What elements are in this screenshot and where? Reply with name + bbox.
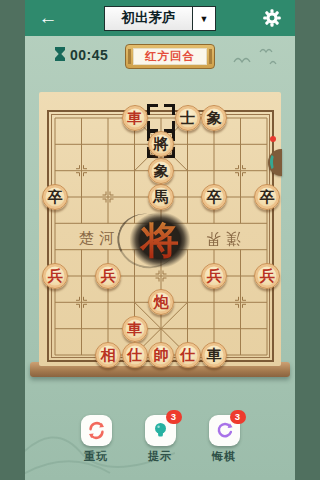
move-highlight [147,104,175,132]
settings-button[interactable] [257,3,287,33]
piece-仕-red[interactable]: 仕 [122,342,148,368]
piece-馬-black[interactable]: 馬 [148,184,174,210]
hourglass-icon [53,46,67,63]
timer-value: 00:45 [70,47,108,63]
undo-count-badge: 3 [230,410,246,424]
chevron-left-icon [270,153,279,171]
piece-兵-red[interactable]: 兵 [42,263,68,289]
piece-車-red[interactable]: 車 [122,105,148,131]
piece-象-black[interactable]: 象 [148,158,174,184]
river-label-right: 漢界 [195,229,247,248]
xiangqi-board[interactable]: 楚河 漢界 車士象將象卒馬卒卒兵兵兵兵炮車相仕帥仕車 将 [39,92,281,366]
hint-label: 提示 [143,449,177,464]
turn-banner-text: 红方回合 [145,49,195,64]
piece-帥-red[interactable]: 帥 [148,342,174,368]
notification-dot [270,136,276,142]
piece-相-red[interactable]: 相 [95,342,121,368]
replay-label: 重玩 [79,449,113,464]
piece-卒-black[interactable]: 卒 [42,184,68,210]
replay-icon [85,419,108,442]
level-select-dropdown-button[interactable]: ▼ [192,7,215,30]
action-bar: 重玩 3 提示 3 悔棋 [25,415,295,464]
piece-兵-red[interactable]: 兵 [95,263,121,289]
piece-兵-red[interactable]: 兵 [201,263,227,289]
piece-卒-black[interactable]: 卒 [201,184,227,210]
piece-車-red[interactable]: 車 [122,316,148,342]
piece-兵-red[interactable]: 兵 [254,263,280,289]
back-button[interactable]: ← [35,5,61,31]
replay-button[interactable] [81,415,112,446]
piece-仕-red[interactable]: 仕 [175,342,201,368]
birds-decoration [230,44,285,72]
top-bar: ← 初出茅庐 ▼ [25,0,295,36]
timer: 00:45 [53,46,108,63]
action-hint: 3 提示 [143,415,177,464]
piece-象-black[interactable]: 象 [201,105,227,131]
piece-卒-black[interactable]: 卒 [254,184,280,210]
piece-士-black[interactable]: 士 [175,105,201,131]
hint-count-badge: 3 [166,410,182,424]
hint-button[interactable]: 3 [145,415,176,446]
app-screen: ← 初出茅庐 ▼ [25,0,295,480]
action-replay: 重玩 [79,415,113,464]
river-label-left: 楚河 [73,229,125,248]
level-select[interactable]: 初出茅庐 ▼ [104,6,216,31]
gear-icon [261,7,283,29]
level-select-value: 初出茅庐 [105,7,192,30]
piece-車-black[interactable]: 車 [201,342,227,368]
action-undo: 3 悔棋 [207,415,241,464]
chevron-down-icon: ▼ [200,14,209,24]
undo-label: 悔棋 [207,449,241,464]
undo-button[interactable]: 3 [209,415,240,446]
turn-banner: 红方回合 [125,44,215,69]
